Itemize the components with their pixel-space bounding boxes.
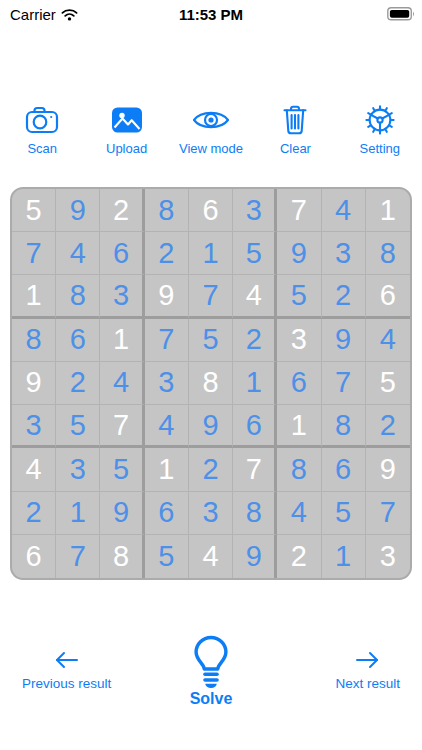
- cell-r1c4[interactable]: 8: [145, 189, 189, 232]
- cell-r7c6[interactable]: 7: [233, 448, 277, 491]
- cell-r8c9[interactable]: 7: [366, 492, 410, 535]
- cell-r9c4[interactable]: 5: [145, 535, 189, 578]
- cell-r7c1[interactable]: 4: [12, 448, 56, 491]
- cell-r3c1[interactable]: 1: [12, 275, 56, 318]
- cell-r7c9[interactable]: 9: [366, 448, 410, 491]
- wifi-icon: [61, 8, 78, 21]
- upload-button[interactable]: Upload: [84, 103, 168, 155]
- cell-r4c4[interactable]: 7: [145, 319, 189, 362]
- cell-r9c5[interactable]: 4: [189, 535, 233, 578]
- cell-r1c3[interactable]: 2: [100, 189, 144, 232]
- gear-icon: [363, 103, 397, 137]
- cell-r7c2[interactable]: 3: [56, 448, 100, 491]
- previous-result-button[interactable]: Previous result: [22, 650, 111, 691]
- cell-r1c6[interactable]: 3: [233, 189, 277, 232]
- cell-r8c6[interactable]: 8: [233, 492, 277, 535]
- bottom-bar: Previous result Solve Next result: [0, 634, 422, 724]
- cell-r1c7[interactable]: 7: [277, 189, 321, 232]
- cell-r2c4[interactable]: 2: [145, 232, 189, 275]
- cell-r1c1[interactable]: 5: [12, 189, 56, 232]
- cell-r1c8[interactable]: 4: [322, 189, 366, 232]
- arrow-right-icon: [354, 650, 381, 670]
- cell-r4c6[interactable]: 2: [233, 319, 277, 362]
- cell-r4c2[interactable]: 6: [56, 319, 100, 362]
- cell-r2c9[interactable]: 8: [366, 232, 410, 275]
- cell-r1c9[interactable]: 1: [366, 189, 410, 232]
- cell-r9c9[interactable]: 3: [366, 535, 410, 578]
- next-result-button[interactable]: Next result: [335, 650, 400, 691]
- cell-r8c7[interactable]: 4: [277, 492, 321, 535]
- solve-button[interactable]: Solve: [188, 634, 234, 707]
- cell-r6c1[interactable]: 3: [12, 405, 56, 448]
- cell-r3c3[interactable]: 3: [100, 275, 144, 318]
- cell-r7c4[interactable]: 1: [145, 448, 189, 491]
- cell-r2c5[interactable]: 1: [189, 232, 233, 275]
- cell-r3c8[interactable]: 2: [322, 275, 366, 318]
- cell-r2c1[interactable]: 7: [12, 232, 56, 275]
- cell-r5c5[interactable]: 8: [189, 362, 233, 405]
- cell-r3c6[interactable]: 4: [233, 275, 277, 318]
- cell-r5c9[interactable]: 5: [366, 362, 410, 405]
- clear-label: Clear: [280, 142, 311, 155]
- setting-label: Setting: [360, 142, 400, 155]
- cell-r4c1[interactable]: 8: [12, 319, 56, 362]
- cell-r9c8[interactable]: 1: [322, 535, 366, 578]
- cell-r1c2[interactable]: 9: [56, 189, 100, 232]
- cell-r7c8[interactable]: 6: [322, 448, 366, 491]
- toolbar: Scan Upload View mode: [0, 103, 422, 155]
- cell-r5c3[interactable]: 4: [100, 362, 144, 405]
- cell-r1c5[interactable]: 6: [189, 189, 233, 232]
- cell-r2c6[interactable]: 5: [233, 232, 277, 275]
- sudoku-grid: 5928637417462159381839745268617523949243…: [10, 187, 412, 580]
- cell-r2c7[interactable]: 9: [277, 232, 321, 275]
- cell-r6c9[interactable]: 2: [366, 405, 410, 448]
- cell-r9c1[interactable]: 6: [12, 535, 56, 578]
- clock: 11:53 PM: [179, 6, 243, 23]
- cell-r6c7[interactable]: 1: [277, 405, 321, 448]
- cell-r5c4[interactable]: 3: [145, 362, 189, 405]
- scan-label: Scan: [27, 142, 57, 155]
- cell-r4c8[interactable]: 9: [322, 319, 366, 362]
- setting-button[interactable]: Setting: [338, 103, 422, 155]
- cell-r4c5[interactable]: 5: [189, 319, 233, 362]
- cell-r6c3[interactable]: 7: [100, 405, 144, 448]
- lightbulb-icon: [188, 634, 234, 689]
- cell-r5c7[interactable]: 6: [277, 362, 321, 405]
- cell-r2c3[interactable]: 6: [100, 232, 144, 275]
- carrier-label: Carrier: [10, 6, 56, 23]
- cell-r2c2[interactable]: 4: [56, 232, 100, 275]
- solve-label: Solve: [190, 691, 233, 707]
- next-result-label: Next result: [335, 677, 400, 691]
- cell-r6c4[interactable]: 4: [145, 405, 189, 448]
- cell-r9c7[interactable]: 2: [277, 535, 321, 578]
- cell-r3c7[interactable]: 5: [277, 275, 321, 318]
- cell-r2c8[interactable]: 3: [322, 232, 366, 275]
- cell-r5c6[interactable]: 1: [233, 362, 277, 405]
- cell-r9c3[interactable]: 8: [100, 535, 144, 578]
- cell-r6c2[interactable]: 5: [56, 405, 100, 448]
- battery-icon: [387, 7, 416, 21]
- eye-icon: [192, 103, 230, 137]
- cell-r3c4[interactable]: 9: [145, 275, 189, 318]
- cell-r3c5[interactable]: 7: [189, 275, 233, 318]
- cell-r5c1[interactable]: 9: [12, 362, 56, 405]
- arrow-left-icon: [53, 650, 80, 670]
- cell-r4c3[interactable]: 1: [100, 319, 144, 362]
- cell-r6c8[interactable]: 8: [322, 405, 366, 448]
- trash-icon: [280, 103, 310, 137]
- upload-label: Upload: [106, 142, 147, 155]
- cell-r4c7[interactable]: 3: [277, 319, 321, 362]
- cell-r8c5[interactable]: 3: [189, 492, 233, 535]
- cell-r4c9[interactable]: 4: [366, 319, 410, 362]
- camera-icon: [25, 103, 59, 137]
- cell-r9c6[interactable]: 9: [233, 535, 277, 578]
- cell-r6c5[interactable]: 9: [189, 405, 233, 448]
- cell-r6c6[interactable]: 6: [233, 405, 277, 448]
- scan-button[interactable]: Scan: [0, 103, 84, 155]
- cell-r3c9[interactable]: 6: [366, 275, 410, 318]
- status-bar: Carrier 11:53 PM: [0, 0, 422, 26]
- cell-r7c3[interactable]: 5: [100, 448, 144, 491]
- cell-r8c2[interactable]: 1: [56, 492, 100, 535]
- view-mode-label: View mode: [179, 142, 243, 155]
- cell-r5c8[interactable]: 7: [322, 362, 366, 405]
- image-icon: [110, 103, 144, 137]
- view-mode-button[interactable]: View mode: [169, 103, 253, 155]
- cell-r9c2[interactable]: 7: [56, 535, 100, 578]
- cell-r3c2[interactable]: 8: [56, 275, 100, 318]
- cell-r5c2[interactable]: 2: [56, 362, 100, 405]
- clear-button[interactable]: Clear: [253, 103, 337, 155]
- cell-r8c4[interactable]: 6: [145, 492, 189, 535]
- cell-r8c3[interactable]: 9: [100, 492, 144, 535]
- cell-r8c8[interactable]: 5: [322, 492, 366, 535]
- cell-r7c7[interactable]: 8: [277, 448, 321, 491]
- cell-r8c1[interactable]: 2: [12, 492, 56, 535]
- cell-r7c5[interactable]: 2: [189, 448, 233, 491]
- previous-result-label: Previous result: [22, 677, 111, 691]
